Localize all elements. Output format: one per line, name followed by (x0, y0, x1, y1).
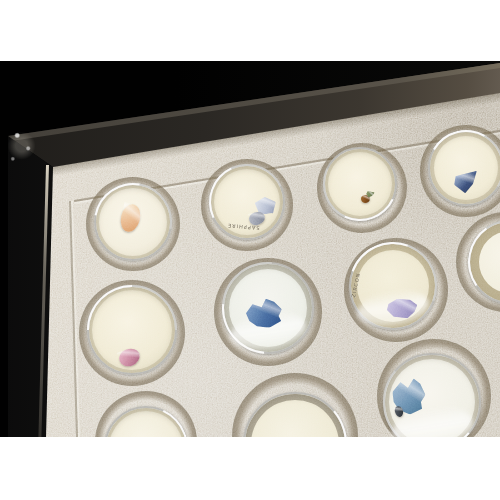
white-matte-top (0, 0, 500, 61)
gem-jar-glass (349, 242, 437, 330)
photo-area: SAPPHIREZIRCON (0, 61, 500, 437)
gem-jar-C1 (104, 406, 188, 437)
gem-jar-C2 (243, 392, 347, 437)
gem-jar-glass (323, 147, 397, 221)
gem-tray-photo: SAPPHIREZIRCON (0, 0, 500, 500)
gem-jar-B1 (87, 285, 177, 375)
gem-jar-B4 (468, 220, 500, 304)
gem-jar-A4 (428, 130, 500, 206)
gem-jar-B2 (222, 262, 314, 354)
white-matte-bottom (0, 437, 500, 500)
gem-jar-A3 (323, 147, 397, 221)
case-corner-glints (4, 125, 48, 177)
gem-jar-B3: ZIRCON (349, 242, 437, 330)
gem-jar-A2: SAPPHIRE (209, 164, 285, 240)
gem-jar-glass (428, 130, 500, 206)
gem-jar-C3 (383, 353, 481, 437)
gem-jar-A1 (94, 183, 172, 261)
